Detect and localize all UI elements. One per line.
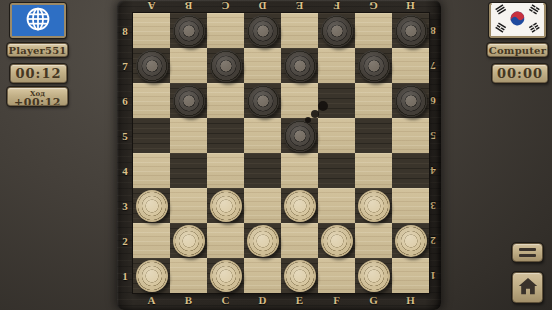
move-increment-value: +00:12: [8, 97, 67, 106]
piece-black-g7[interactable]: [358, 50, 390, 82]
piece-white-e3[interactable]: [284, 190, 316, 222]
square-d3[interactable]: [244, 188, 281, 223]
square-e8[interactable]: [281, 13, 318, 48]
piece-black-a7[interactable]: [136, 50, 168, 82]
player-avatar-button[interactable]: [10, 3, 66, 38]
square-f3[interactable]: [318, 188, 355, 223]
coord-label-4: 4: [118, 165, 132, 177]
south-korea-flag-icon: [491, 3, 544, 38]
square-b5[interactable]: [170, 118, 207, 153]
square-h1[interactable]: [392, 258, 429, 293]
rank-labels-left: 87654321: [118, 13, 132, 293]
move-trail-dot-2: [311, 110, 319, 118]
piece-black-c7[interactable]: [210, 50, 242, 82]
piece-black-d6[interactable]: [247, 85, 279, 117]
square-g6[interactable]: [355, 83, 392, 118]
piece-white-a1[interactable]: [136, 260, 168, 292]
coord-label-6: 6: [118, 95, 132, 107]
piece-white-h2[interactable]: [395, 225, 427, 257]
square-c2[interactable]: [207, 223, 244, 258]
square-a4[interactable]: [133, 153, 170, 188]
piece-white-d2[interactable]: [247, 225, 279, 257]
globe-icon: [24, 5, 52, 37]
square-a6[interactable]: [133, 83, 170, 118]
square-a5[interactable]: [133, 118, 170, 153]
board-frame: ABCDEFGH ABCDEFGH 87654321 87654321: [117, 0, 441, 310]
coord-label-C: C: [207, 0, 244, 12]
coord-label-F: F: [318, 0, 355, 12]
coord-label-3: 3: [118, 200, 132, 212]
square-a8[interactable]: [133, 13, 170, 48]
checkers-app: Player551 00:12 Ход +00:12: [0, 0, 552, 310]
menu-bars-icon: [519, 248, 536, 251]
piece-black-f8[interactable]: [321, 15, 353, 47]
square-e4[interactable]: [281, 153, 318, 188]
coord-label-D: D: [244, 0, 281, 12]
piece-white-g3[interactable]: [358, 190, 390, 222]
square-f1[interactable]: [318, 258, 355, 293]
coord-label-2: 2: [118, 235, 132, 247]
file-labels-top: ABCDEFGH: [133, 0, 429, 12]
piece-white-f2[interactable]: [321, 225, 353, 257]
square-f4[interactable]: [318, 153, 355, 188]
piece-black-e7[interactable]: [284, 50, 316, 82]
piece-white-g1[interactable]: [358, 260, 390, 292]
square-a2[interactable]: [133, 223, 170, 258]
move-trail-dot-3: [305, 117, 311, 123]
left-player-timer: 00:12: [10, 64, 67, 83]
square-b1[interactable]: [170, 258, 207, 293]
coord-label-G: G: [355, 294, 392, 307]
piece-black-b6[interactable]: [173, 85, 205, 117]
square-g5[interactable]: [355, 118, 392, 153]
square-g4[interactable]: [355, 153, 392, 188]
square-h7[interactable]: [392, 48, 429, 83]
piece-white-c1[interactable]: [210, 260, 242, 292]
piece-white-b2[interactable]: [173, 225, 205, 257]
piece-black-d8[interactable]: [247, 15, 279, 47]
square-g2[interactable]: [355, 223, 392, 258]
square-g8[interactable]: [355, 13, 392, 48]
square-h3[interactable]: [392, 188, 429, 223]
square-d7[interactable]: [244, 48, 281, 83]
coord-label-5: 5: [118, 130, 132, 142]
square-d5[interactable]: [244, 118, 281, 153]
piece-black-h8[interactable]: [395, 15, 427, 47]
coord-label-B: B: [170, 294, 207, 307]
coord-label-C: C: [207, 294, 244, 307]
coord-label-E: E: [281, 294, 318, 307]
piece-black-b8[interactable]: [173, 15, 205, 47]
piece-white-c3[interactable]: [210, 190, 242, 222]
square-c5[interactable]: [207, 118, 244, 153]
coord-label-A: A: [133, 294, 170, 307]
piece-black-h6[interactable]: [395, 85, 427, 117]
piece-black-e5[interactable]: [284, 120, 316, 152]
square-c6[interactable]: [207, 83, 244, 118]
square-f5[interactable]: [318, 118, 355, 153]
square-h4[interactable]: [392, 153, 429, 188]
square-e2[interactable]: [281, 223, 318, 258]
coord-label-F: F: [318, 294, 355, 307]
square-b3[interactable]: [170, 188, 207, 223]
file-labels-bottom: ABCDEFGH: [133, 294, 429, 307]
square-h5[interactable]: [392, 118, 429, 153]
opponent-flag-button[interactable]: [489, 3, 546, 38]
move-increment-plaque: Ход +00:12: [7, 87, 68, 106]
coord-label-D: D: [244, 294, 281, 307]
home-button[interactable]: [512, 272, 543, 303]
coord-label-8: 8: [118, 25, 132, 37]
coord-label-B: B: [170, 0, 207, 12]
home-icon: [517, 275, 539, 301]
move-trail-dot-1: [318, 101, 328, 111]
square-d4[interactable]: [244, 153, 281, 188]
square-f7[interactable]: [318, 48, 355, 83]
coord-label-G: G: [355, 0, 392, 12]
piece-white-e1[interactable]: [284, 260, 316, 292]
piece-white-a3[interactable]: [136, 190, 168, 222]
coord-label-H: H: [392, 0, 429, 12]
board-grid: [133, 13, 429, 293]
right-player-timer: 00:00: [492, 64, 548, 83]
coord-label-A: A: [133, 0, 170, 12]
coord-label-H: H: [392, 294, 429, 307]
square-b4[interactable]: [170, 153, 207, 188]
square-d1[interactable]: [244, 258, 281, 293]
right-player-name: Computer: [487, 43, 548, 57]
coord-label-7: 7: [118, 60, 132, 72]
coord-label-E: E: [281, 0, 318, 12]
square-c8[interactable]: [207, 13, 244, 48]
menu-button[interactable]: [512, 243, 543, 262]
left-player-name: Player551: [7, 43, 68, 57]
coord-label-1: 1: [118, 270, 132, 282]
square-b7[interactable]: [170, 48, 207, 83]
square-c4[interactable]: [207, 153, 244, 188]
